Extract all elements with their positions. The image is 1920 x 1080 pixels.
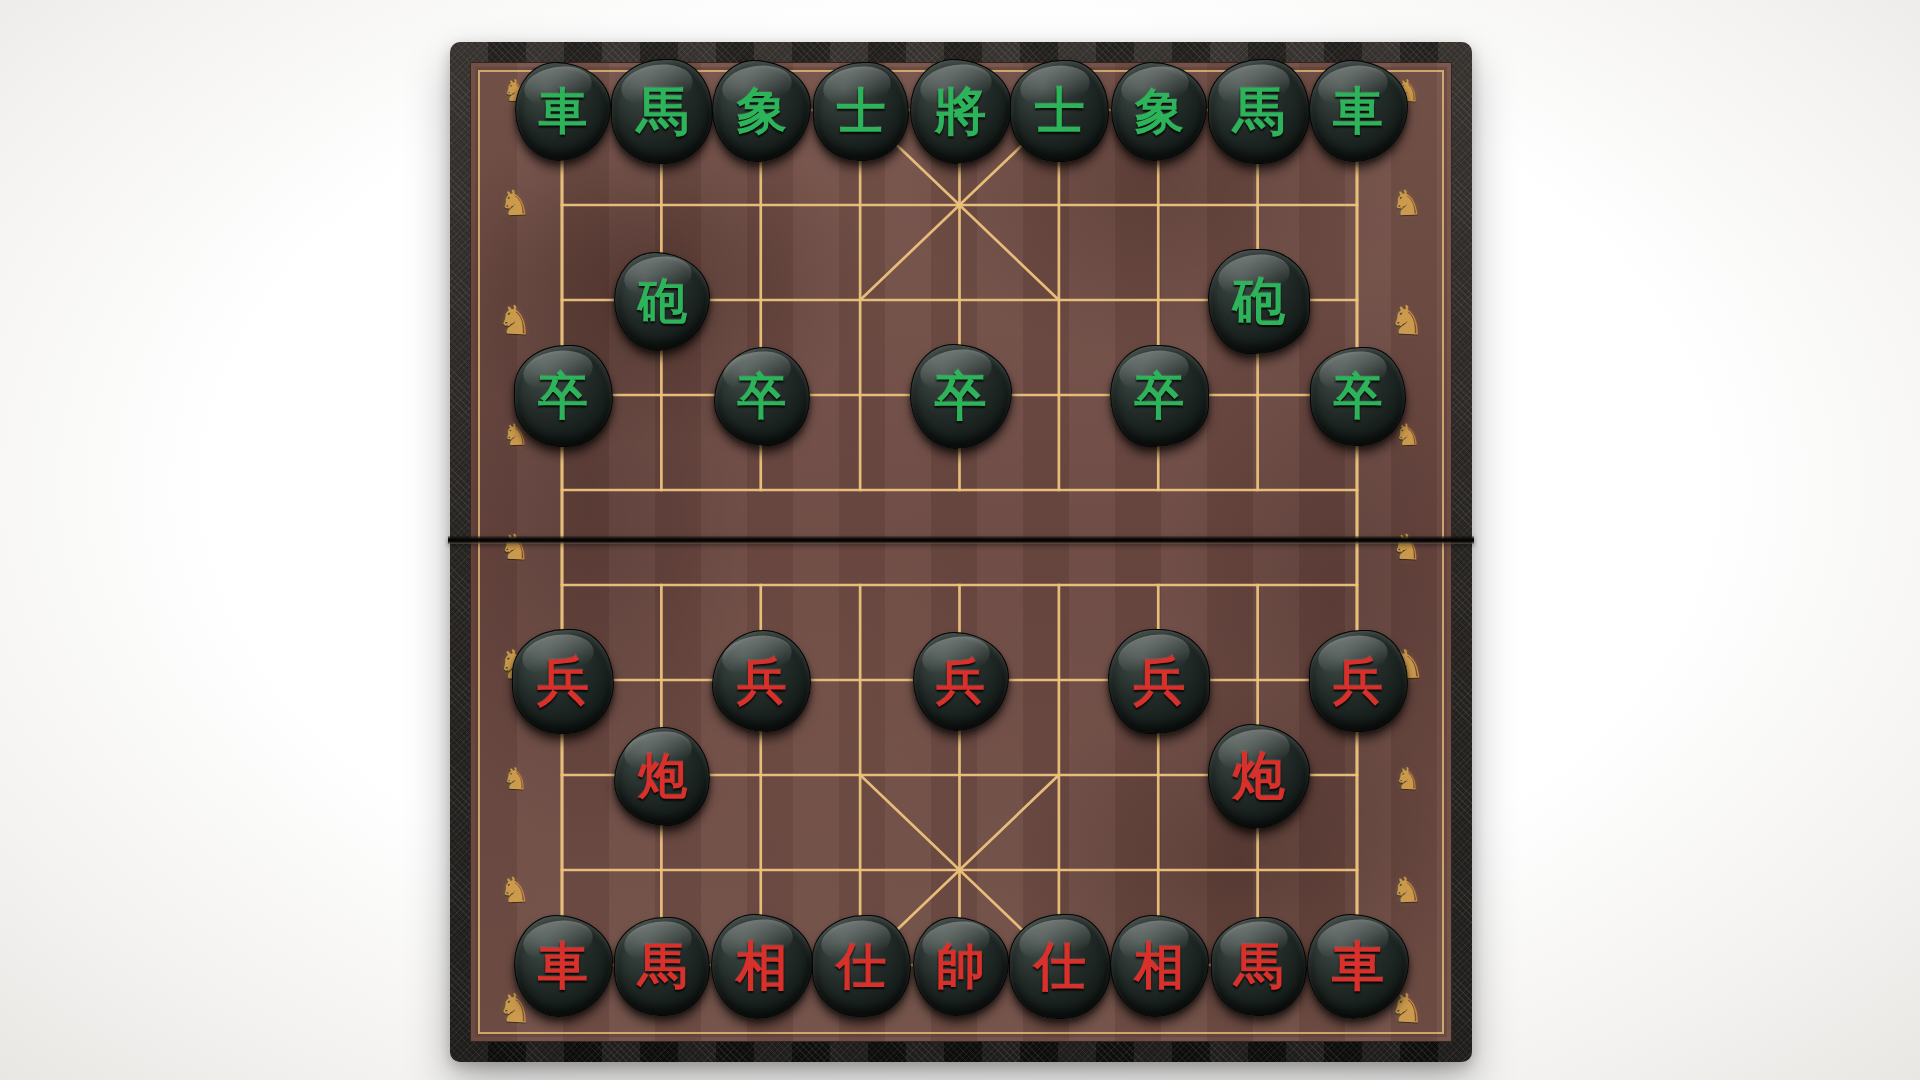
- photo-background: ♞♞♞♞♞♞♞♞♞ ♞♞♞♞♞♞♞♞♞ 車馬象士將士象馬車砲砲卒卒卒卒卒兵兵兵兵…: [0, 0, 1920, 1080]
- fold-seam: [448, 536, 1474, 544]
- piece-character: 馬: [1234, 942, 1283, 991]
- piece-character: 車: [539, 87, 588, 136]
- piece-red-soldier[interactable]: 兵: [1108, 629, 1210, 734]
- piece-green-advisor[interactable]: 士: [1010, 60, 1109, 162]
- piece-character: 帥: [936, 942, 985, 991]
- piece-character: 砲: [638, 277, 687, 326]
- piece-character: 士: [1035, 86, 1085, 136]
- piece-character: 馬: [636, 85, 688, 137]
- piece-character: 兵: [1333, 656, 1383, 706]
- piece-character: 兵: [1133, 655, 1185, 707]
- piece-character: 砲: [1233, 275, 1285, 327]
- piece-red-horse[interactable]: 馬: [614, 917, 710, 1016]
- piece-red-advisor[interactable]: 仕: [812, 915, 911, 1017]
- piece-red-horse[interactable]: 馬: [1211, 917, 1307, 1016]
- piece-character: 仕: [1034, 940, 1086, 992]
- piece-red-cannon[interactable]: 炮: [614, 727, 710, 826]
- piece-red-soldier[interactable]: 兵: [512, 629, 614, 734]
- piece-character: 象: [1135, 87, 1184, 136]
- piece-character: 車: [538, 941, 588, 991]
- piece-character: 卒: [538, 371, 588, 421]
- piece-character: 卒: [1334, 372, 1383, 421]
- piece-character: 馬: [638, 942, 687, 991]
- piece-red-advisor[interactable]: 仕: [1009, 914, 1111, 1019]
- piece-character: 士: [837, 87, 886, 136]
- piece-character: 車: [1332, 940, 1384, 992]
- piece-character: 兵: [737, 656, 787, 706]
- xiangqi-board: ♞♞♞♞♞♞♞♞♞ ♞♞♞♞♞♞♞♞♞ 車馬象士將士象馬車砲砲卒卒卒卒卒兵兵兵兵…: [450, 42, 1472, 1062]
- piece-green-horse[interactable]: 馬: [1208, 59, 1310, 164]
- piece-character: 卒: [737, 372, 786, 421]
- piece-green-soldier[interactable]: 卒: [1110, 345, 1209, 447]
- piece-character: 將: [935, 85, 987, 137]
- piece-character: 卒: [935, 370, 987, 422]
- piece-character: 炮: [638, 752, 687, 801]
- piece-green-horse[interactable]: 馬: [611, 59, 713, 164]
- piece-green-advisor[interactable]: 士: [813, 62, 909, 161]
- piece-character: 相: [736, 940, 788, 992]
- piece-red-soldier[interactable]: 兵: [1309, 630, 1408, 732]
- piece-red-soldier[interactable]: 兵: [712, 630, 811, 732]
- piece-character: 馬: [1233, 85, 1285, 137]
- piece-green-soldier[interactable]: 卒: [514, 345, 613, 447]
- piece-character: 炮: [1233, 750, 1285, 802]
- piece-character: 車: [1333, 86, 1383, 136]
- piece-character: 相: [1134, 941, 1184, 991]
- piece-green-cannon[interactable]: 砲: [1208, 249, 1310, 354]
- piece-character: 卒: [1134, 371, 1184, 421]
- piece-character: 兵: [936, 657, 985, 706]
- piece-character: 仕: [836, 941, 886, 991]
- piece-character: 兵: [537, 655, 589, 707]
- piece-character: 象: [737, 86, 787, 136]
- piece-green-soldier[interactable]: 卒: [1310, 347, 1406, 446]
